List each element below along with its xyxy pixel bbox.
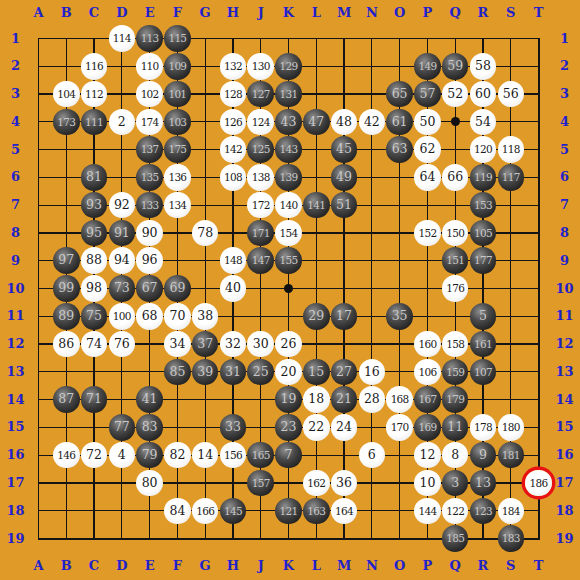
board-intersection-M2[interactable] (330, 52, 358, 80)
board-intersection-S2[interactable] (497, 52, 525, 80)
board-intersection-R14[interactable] (469, 386, 497, 414)
board-intersection-L11[interactable]: 29 (302, 302, 330, 330)
board-intersection-G6[interactable] (191, 164, 219, 192)
board-intersection-J19[interactable] (247, 525, 275, 553)
board-intersection-K17[interactable] (275, 469, 303, 497)
board-intersection-G14[interactable] (191, 386, 219, 414)
board-intersection-D17[interactable] (108, 469, 136, 497)
board-intersection-D16[interactable]: 4 (108, 441, 136, 469)
board-intersection-P6[interactable]: 64 (414, 164, 442, 192)
board-intersection-H11[interactable] (219, 302, 247, 330)
board-intersection-E11[interactable]: 68 (136, 302, 164, 330)
board-intersection-H1[interactable] (219, 25, 247, 53)
board-intersection-Q14[interactable]: 179 (441, 386, 469, 414)
board-intersection-F7[interactable]: 134 (164, 191, 192, 219)
board-intersection-R13[interactable]: 107 (469, 358, 497, 386)
board-intersection-J3[interactable]: 127 (247, 80, 275, 108)
board-intersection-R7[interactable]: 153 (469, 191, 497, 219)
board-intersection-G2[interactable] (191, 52, 219, 80)
board-intersection-D1[interactable]: 114 (108, 25, 136, 53)
board-intersection-C10[interactable]: 98 (80, 275, 108, 303)
board-intersection-F19[interactable] (164, 525, 192, 553)
board-intersection-P17[interactable]: 10 (414, 469, 442, 497)
board-intersection-P12[interactable]: 160 (414, 330, 442, 358)
board-intersection-F16[interactable]: 82 (164, 441, 192, 469)
board-intersection-M9[interactable] (330, 247, 358, 275)
board-intersection-E6[interactable]: 135 (136, 164, 164, 192)
board-intersection-S1[interactable] (497, 25, 525, 53)
board-intersection-S9[interactable] (497, 247, 525, 275)
board-intersection-H12[interactable]: 32 (219, 330, 247, 358)
board-intersection-M14[interactable]: 21 (330, 386, 358, 414)
board-intersection-F17[interactable] (164, 469, 192, 497)
board-intersection-S6[interactable]: 117 (497, 164, 525, 192)
board-intersection-L12[interactable] (302, 330, 330, 358)
board-intersection-J2[interactable]: 130 (247, 52, 275, 80)
board-intersection-G9[interactable] (191, 247, 219, 275)
board-intersection-R19[interactable] (469, 525, 497, 553)
board-intersection-J18[interactable] (247, 497, 275, 525)
board-intersection-O2[interactable] (386, 52, 414, 80)
board-intersection-Q9[interactable]: 151 (441, 247, 469, 275)
board-intersection-P8[interactable]: 152 (414, 219, 442, 247)
board-intersection-M11[interactable]: 17 (330, 302, 358, 330)
board-intersection-Q6[interactable]: 66 (441, 164, 469, 192)
board-intersection-G13[interactable]: 39 (191, 358, 219, 386)
board-intersection-M19[interactable] (330, 525, 358, 553)
board-intersection-J6[interactable]: 138 (247, 164, 275, 192)
board-intersection-D2[interactable] (108, 52, 136, 80)
board-intersection-B3[interactable]: 104 (52, 80, 80, 108)
board-intersection-A18[interactable] (25, 497, 53, 525)
board-intersection-T9[interactable] (525, 247, 553, 275)
board-intersection-F3[interactable]: 101 (164, 80, 192, 108)
board-intersection-F11[interactable]: 70 (164, 302, 192, 330)
board-intersection-T17[interactable]: 186 (525, 469, 553, 497)
board-intersection-H5[interactable]: 142 (219, 136, 247, 164)
board-intersection-E10[interactable]: 67 (136, 275, 164, 303)
board-intersection-C19[interactable] (80, 525, 108, 553)
board-intersection-D10[interactable]: 73 (108, 275, 136, 303)
board-intersection-J5[interactable]: 125 (247, 136, 275, 164)
board-intersection-R6[interactable]: 119 (469, 164, 497, 192)
board-intersection-F10[interactable]: 69 (164, 275, 192, 303)
board-intersection-K19[interactable] (275, 525, 303, 553)
board-intersection-T6[interactable] (525, 164, 553, 192)
board-intersection-P5[interactable]: 62 (414, 136, 442, 164)
board-intersection-C14[interactable]: 71 (80, 386, 108, 414)
board-intersection-M8[interactable] (330, 219, 358, 247)
board-intersection-T7[interactable] (525, 191, 553, 219)
board-intersection-C13[interactable] (80, 358, 108, 386)
board-intersection-O16[interactable] (386, 441, 414, 469)
board-intersection-T13[interactable] (525, 358, 553, 386)
board-intersection-P4[interactable]: 50 (414, 108, 442, 136)
board-intersection-O1[interactable] (386, 25, 414, 53)
board-intersection-A7[interactable] (25, 191, 53, 219)
board-intersection-E14[interactable]: 41 (136, 386, 164, 414)
board-intersection-S19[interactable]: 183 (497, 525, 525, 553)
board-intersection-T2[interactable] (525, 52, 553, 80)
board-intersection-R12[interactable]: 161 (469, 330, 497, 358)
board-intersection-D8[interactable]: 91 (108, 219, 136, 247)
board-intersection-N16[interactable]: 6 (358, 441, 386, 469)
board-intersection-P11[interactable] (414, 302, 442, 330)
board-intersection-A1[interactable] (25, 25, 53, 53)
board-intersection-K1[interactable] (275, 25, 303, 53)
board-intersection-C2[interactable]: 116 (80, 52, 108, 80)
board-intersection-L16[interactable] (302, 441, 330, 469)
board-intersection-P10[interactable] (414, 275, 442, 303)
board-intersection-A10[interactable] (25, 275, 53, 303)
board-intersection-B5[interactable] (52, 136, 80, 164)
board-intersection-T16[interactable] (525, 441, 553, 469)
board-intersection-R15[interactable]: 178 (469, 414, 497, 442)
board-intersection-D5[interactable] (108, 136, 136, 164)
board-intersection-B19[interactable] (52, 525, 80, 553)
board-intersection-T5[interactable] (525, 136, 553, 164)
board-intersection-S11[interactable] (497, 302, 525, 330)
board-intersection-N8[interactable] (358, 219, 386, 247)
board-intersection-Q11[interactable] (441, 302, 469, 330)
board-intersection-O9[interactable] (386, 247, 414, 275)
board-intersection-G10[interactable] (191, 275, 219, 303)
board-intersection-N12[interactable] (358, 330, 386, 358)
board-intersection-A6[interactable] (25, 164, 53, 192)
board-intersection-Q18[interactable]: 122 (441, 497, 469, 525)
board-intersection-F12[interactable]: 34 (164, 330, 192, 358)
board-intersection-L17[interactable]: 162 (302, 469, 330, 497)
board-intersection-E4[interactable]: 174 (136, 108, 164, 136)
board-intersection-Q10[interactable]: 176 (441, 275, 469, 303)
board-intersection-E18[interactable] (136, 497, 164, 525)
board-intersection-G19[interactable] (191, 525, 219, 553)
board-intersection-L9[interactable] (302, 247, 330, 275)
board-intersection-Q19[interactable]: 185 (441, 525, 469, 553)
board-intersection-K13[interactable]: 20 (275, 358, 303, 386)
board-intersection-M7[interactable]: 51 (330, 191, 358, 219)
board-intersection-P3[interactable]: 57 (414, 80, 442, 108)
board-intersection-R11[interactable]: 5 (469, 302, 497, 330)
board-intersection-N19[interactable] (358, 525, 386, 553)
board-intersection-F18[interactable]: 84 (164, 497, 192, 525)
board-intersection-K2[interactable]: 129 (275, 52, 303, 80)
board-intersection-H17[interactable] (219, 469, 247, 497)
board-intersection-A5[interactable] (25, 136, 53, 164)
board-intersection-E16[interactable]: 79 (136, 441, 164, 469)
board-intersection-N14[interactable]: 28 (358, 386, 386, 414)
board-intersection-E19[interactable] (136, 525, 164, 553)
board-intersection-O10[interactable] (386, 275, 414, 303)
board-intersection-O12[interactable] (386, 330, 414, 358)
board-intersection-K8[interactable]: 154 (275, 219, 303, 247)
board-intersection-S15[interactable]: 180 (497, 414, 525, 442)
board-intersection-Q2[interactable]: 59 (441, 52, 469, 80)
board-intersection-Q7[interactable] (441, 191, 469, 219)
board-intersection-F9[interactable] (164, 247, 192, 275)
board-intersection-C8[interactable]: 95 (80, 219, 108, 247)
board-intersection-E5[interactable]: 137 (136, 136, 164, 164)
board-intersection-R9[interactable]: 177 (469, 247, 497, 275)
board-intersection-Q1[interactable] (441, 25, 469, 53)
board-intersection-R1[interactable] (469, 25, 497, 53)
board-intersection-A3[interactable] (25, 80, 53, 108)
board-intersection-J7[interactable]: 172 (247, 191, 275, 219)
board-intersection-K11[interactable] (275, 302, 303, 330)
board-intersection-N1[interactable] (358, 25, 386, 53)
board-intersection-J4[interactable]: 124 (247, 108, 275, 136)
board-intersection-S13[interactable] (497, 358, 525, 386)
board-intersection-H7[interactable] (219, 191, 247, 219)
board-intersection-H19[interactable] (219, 525, 247, 553)
board-intersection-N10[interactable] (358, 275, 386, 303)
board-intersection-L2[interactable] (302, 52, 330, 80)
board-intersection-A12[interactable] (25, 330, 53, 358)
board-intersection-O4[interactable]: 61 (386, 108, 414, 136)
board-intersection-B12[interactable]: 86 (52, 330, 80, 358)
board-intersection-J8[interactable]: 171 (247, 219, 275, 247)
board-intersection-E9[interactable]: 96 (136, 247, 164, 275)
board-intersection-E3[interactable]: 102 (136, 80, 164, 108)
board-intersection-M3[interactable] (330, 80, 358, 108)
board-intersection-J1[interactable] (247, 25, 275, 53)
board-intersection-G17[interactable] (191, 469, 219, 497)
board-intersection-N9[interactable] (358, 247, 386, 275)
board-intersection-K10[interactable] (275, 275, 303, 303)
board-intersection-R4[interactable]: 54 (469, 108, 497, 136)
board-intersection-M13[interactable]: 27 (330, 358, 358, 386)
board-intersection-K14[interactable]: 19 (275, 386, 303, 414)
board-intersection-L10[interactable] (302, 275, 330, 303)
board-intersection-T11[interactable] (525, 302, 553, 330)
board-intersection-K12[interactable]: 26 (275, 330, 303, 358)
board-intersection-C1[interactable] (80, 25, 108, 53)
board-intersection-B15[interactable] (52, 414, 80, 442)
board-intersection-G8[interactable]: 78 (191, 219, 219, 247)
board-intersection-S3[interactable]: 56 (497, 80, 525, 108)
board-intersection-O17[interactable] (386, 469, 414, 497)
board-intersection-M1[interactable] (330, 25, 358, 53)
board-intersection-F5[interactable]: 175 (164, 136, 192, 164)
board-intersection-H16[interactable]: 156 (219, 441, 247, 469)
board-intersection-R3[interactable]: 60 (469, 80, 497, 108)
board-intersection-P19[interactable] (414, 525, 442, 553)
board-intersection-T19[interactable] (525, 525, 553, 553)
board-intersection-R2[interactable]: 58 (469, 52, 497, 80)
board-intersection-N3[interactable] (358, 80, 386, 108)
board-intersection-B11[interactable]: 89 (52, 302, 80, 330)
board-intersection-T1[interactable] (525, 25, 553, 53)
board-intersection-A17[interactable] (25, 469, 53, 497)
board-intersection-P2[interactable]: 149 (414, 52, 442, 80)
board-intersection-R16[interactable]: 9 (469, 441, 497, 469)
board-intersection-E15[interactable]: 83 (136, 414, 164, 442)
board-intersection-H2[interactable]: 132 (219, 52, 247, 80)
board-intersection-T12[interactable] (525, 330, 553, 358)
board-intersection-N13[interactable]: 16 (358, 358, 386, 386)
board-intersection-G12[interactable]: 37 (191, 330, 219, 358)
board-intersection-L7[interactable]: 141 (302, 191, 330, 219)
board-intersection-B4[interactable]: 173 (52, 108, 80, 136)
board-intersection-N7[interactable] (358, 191, 386, 219)
board-intersection-H8[interactable] (219, 219, 247, 247)
board-intersection-G1[interactable] (191, 25, 219, 53)
board-intersection-Q12[interactable]: 158 (441, 330, 469, 358)
board-intersection-P13[interactable]: 106 (414, 358, 442, 386)
board-intersection-O3[interactable]: 65 (386, 80, 414, 108)
board-intersection-F1[interactable]: 115 (164, 25, 192, 53)
board-intersection-H4[interactable]: 126 (219, 108, 247, 136)
board-intersection-D13[interactable] (108, 358, 136, 386)
board-intersection-E12[interactable] (136, 330, 164, 358)
board-intersection-N15[interactable] (358, 414, 386, 442)
board-intersection-P1[interactable] (414, 25, 442, 53)
board-intersection-H14[interactable] (219, 386, 247, 414)
board-intersection-D11[interactable]: 100 (108, 302, 136, 330)
board-intersection-P18[interactable]: 144 (414, 497, 442, 525)
board-intersection-O19[interactable] (386, 525, 414, 553)
board-intersection-L15[interactable]: 22 (302, 414, 330, 442)
board-intersection-Q17[interactable]: 3 (441, 469, 469, 497)
board-intersection-M18[interactable]: 164 (330, 497, 358, 525)
board-intersection-L19[interactable] (302, 525, 330, 553)
board-intersection-B18[interactable] (52, 497, 80, 525)
board-intersection-L4[interactable]: 47 (302, 108, 330, 136)
board-intersection-F2[interactable]: 109 (164, 52, 192, 80)
board-intersection-N4[interactable]: 42 (358, 108, 386, 136)
board-intersection-A11[interactable] (25, 302, 53, 330)
board-intersection-L8[interactable] (302, 219, 330, 247)
board-intersection-C7[interactable]: 93 (80, 191, 108, 219)
board-intersection-K9[interactable]: 155 (275, 247, 303, 275)
board-intersection-O6[interactable] (386, 164, 414, 192)
board-intersection-J17[interactable]: 157 (247, 469, 275, 497)
board-intersection-L1[interactable] (302, 25, 330, 53)
board-intersection-H6[interactable]: 108 (219, 164, 247, 192)
board-intersection-C15[interactable] (80, 414, 108, 442)
board-intersection-P16[interactable]: 12 (414, 441, 442, 469)
board-intersection-S8[interactable] (497, 219, 525, 247)
board-intersection-G3[interactable] (191, 80, 219, 108)
board-intersection-T14[interactable] (525, 386, 553, 414)
board-intersection-S4[interactable] (497, 108, 525, 136)
board-intersection-Q4[interactable] (441, 108, 469, 136)
board-intersection-O11[interactable]: 35 (386, 302, 414, 330)
board-intersection-R10[interactable] (469, 275, 497, 303)
board-intersection-K16[interactable]: 7 (275, 441, 303, 469)
board-intersection-D15[interactable]: 77 (108, 414, 136, 442)
board-intersection-B9[interactable]: 97 (52, 247, 80, 275)
board-intersection-A19[interactable] (25, 525, 53, 553)
board-intersection-H10[interactable]: 40 (219, 275, 247, 303)
board-intersection-H15[interactable]: 33 (219, 414, 247, 442)
board-intersection-J13[interactable]: 25 (247, 358, 275, 386)
board-intersection-R5[interactable]: 120 (469, 136, 497, 164)
board-intersection-K15[interactable]: 23 (275, 414, 303, 442)
board-intersection-M16[interactable] (330, 441, 358, 469)
board-intersection-S14[interactable] (497, 386, 525, 414)
board-intersection-B1[interactable] (52, 25, 80, 53)
board-intersection-A8[interactable] (25, 219, 53, 247)
board-intersection-H3[interactable]: 128 (219, 80, 247, 108)
board-intersection-C17[interactable] (80, 469, 108, 497)
board-intersection-C3[interactable]: 112 (80, 80, 108, 108)
board-intersection-Q8[interactable]: 150 (441, 219, 469, 247)
board-intersection-L3[interactable] (302, 80, 330, 108)
board-intersection-R17[interactable]: 13 (469, 469, 497, 497)
board-intersection-F13[interactable]: 85 (164, 358, 192, 386)
board-intersection-C5[interactable] (80, 136, 108, 164)
board-intersection-R8[interactable]: 105 (469, 219, 497, 247)
board-intersection-F8[interactable] (164, 219, 192, 247)
board-intersection-P9[interactable] (414, 247, 442, 275)
go-board[interactable]: 1141131151161101091321301291495958104112… (25, 25, 553, 553)
board-intersection-O8[interactable] (386, 219, 414, 247)
board-intersection-F15[interactable] (164, 414, 192, 442)
board-intersection-K18[interactable]: 121 (275, 497, 303, 525)
board-intersection-T8[interactable] (525, 219, 553, 247)
board-intersection-B17[interactable] (52, 469, 80, 497)
board-intersection-L13[interactable]: 15 (302, 358, 330, 386)
board-intersection-L14[interactable]: 18 (302, 386, 330, 414)
board-intersection-G11[interactable]: 38 (191, 302, 219, 330)
board-intersection-N17[interactable] (358, 469, 386, 497)
board-intersection-C9[interactable]: 88 (80, 247, 108, 275)
board-intersection-G5[interactable] (191, 136, 219, 164)
board-intersection-A13[interactable] (25, 358, 53, 386)
board-intersection-D9[interactable]: 94 (108, 247, 136, 275)
board-intersection-J15[interactable] (247, 414, 275, 442)
board-intersection-Q15[interactable]: 11 (441, 414, 469, 442)
board-intersection-O18[interactable] (386, 497, 414, 525)
board-intersection-F6[interactable]: 136 (164, 164, 192, 192)
board-intersection-S5[interactable]: 118 (497, 136, 525, 164)
board-intersection-P7[interactable] (414, 191, 442, 219)
board-intersection-A14[interactable] (25, 386, 53, 414)
board-intersection-M10[interactable] (330, 275, 358, 303)
board-intersection-E2[interactable]: 110 (136, 52, 164, 80)
board-intersection-Q16[interactable]: 8 (441, 441, 469, 469)
board-intersection-K5[interactable]: 143 (275, 136, 303, 164)
board-intersection-D6[interactable] (108, 164, 136, 192)
board-intersection-G7[interactable] (191, 191, 219, 219)
board-intersection-M5[interactable]: 45 (330, 136, 358, 164)
board-intersection-K3[interactable]: 131 (275, 80, 303, 108)
board-intersection-N2[interactable] (358, 52, 386, 80)
board-intersection-D3[interactable] (108, 80, 136, 108)
board-intersection-N6[interactable] (358, 164, 386, 192)
board-intersection-D7[interactable]: 92 (108, 191, 136, 219)
board-intersection-B14[interactable]: 87 (52, 386, 80, 414)
board-intersection-M15[interactable]: 24 (330, 414, 358, 442)
board-intersection-L18[interactable]: 163 (302, 497, 330, 525)
board-intersection-F4[interactable]: 103 (164, 108, 192, 136)
board-intersection-S12[interactable] (497, 330, 525, 358)
board-intersection-D14[interactable] (108, 386, 136, 414)
board-intersection-M4[interactable]: 48 (330, 108, 358, 136)
board-intersection-Q5[interactable] (441, 136, 469, 164)
board-intersection-C12[interactable]: 74 (80, 330, 108, 358)
board-intersection-A4[interactable] (25, 108, 53, 136)
board-intersection-N5[interactable] (358, 136, 386, 164)
board-intersection-D18[interactable] (108, 497, 136, 525)
board-intersection-K7[interactable]: 140 (275, 191, 303, 219)
board-intersection-B8[interactable] (52, 219, 80, 247)
board-intersection-T10[interactable] (525, 275, 553, 303)
board-intersection-D12[interactable]: 76 (108, 330, 136, 358)
board-intersection-N18[interactable] (358, 497, 386, 525)
board-intersection-M12[interactable] (330, 330, 358, 358)
